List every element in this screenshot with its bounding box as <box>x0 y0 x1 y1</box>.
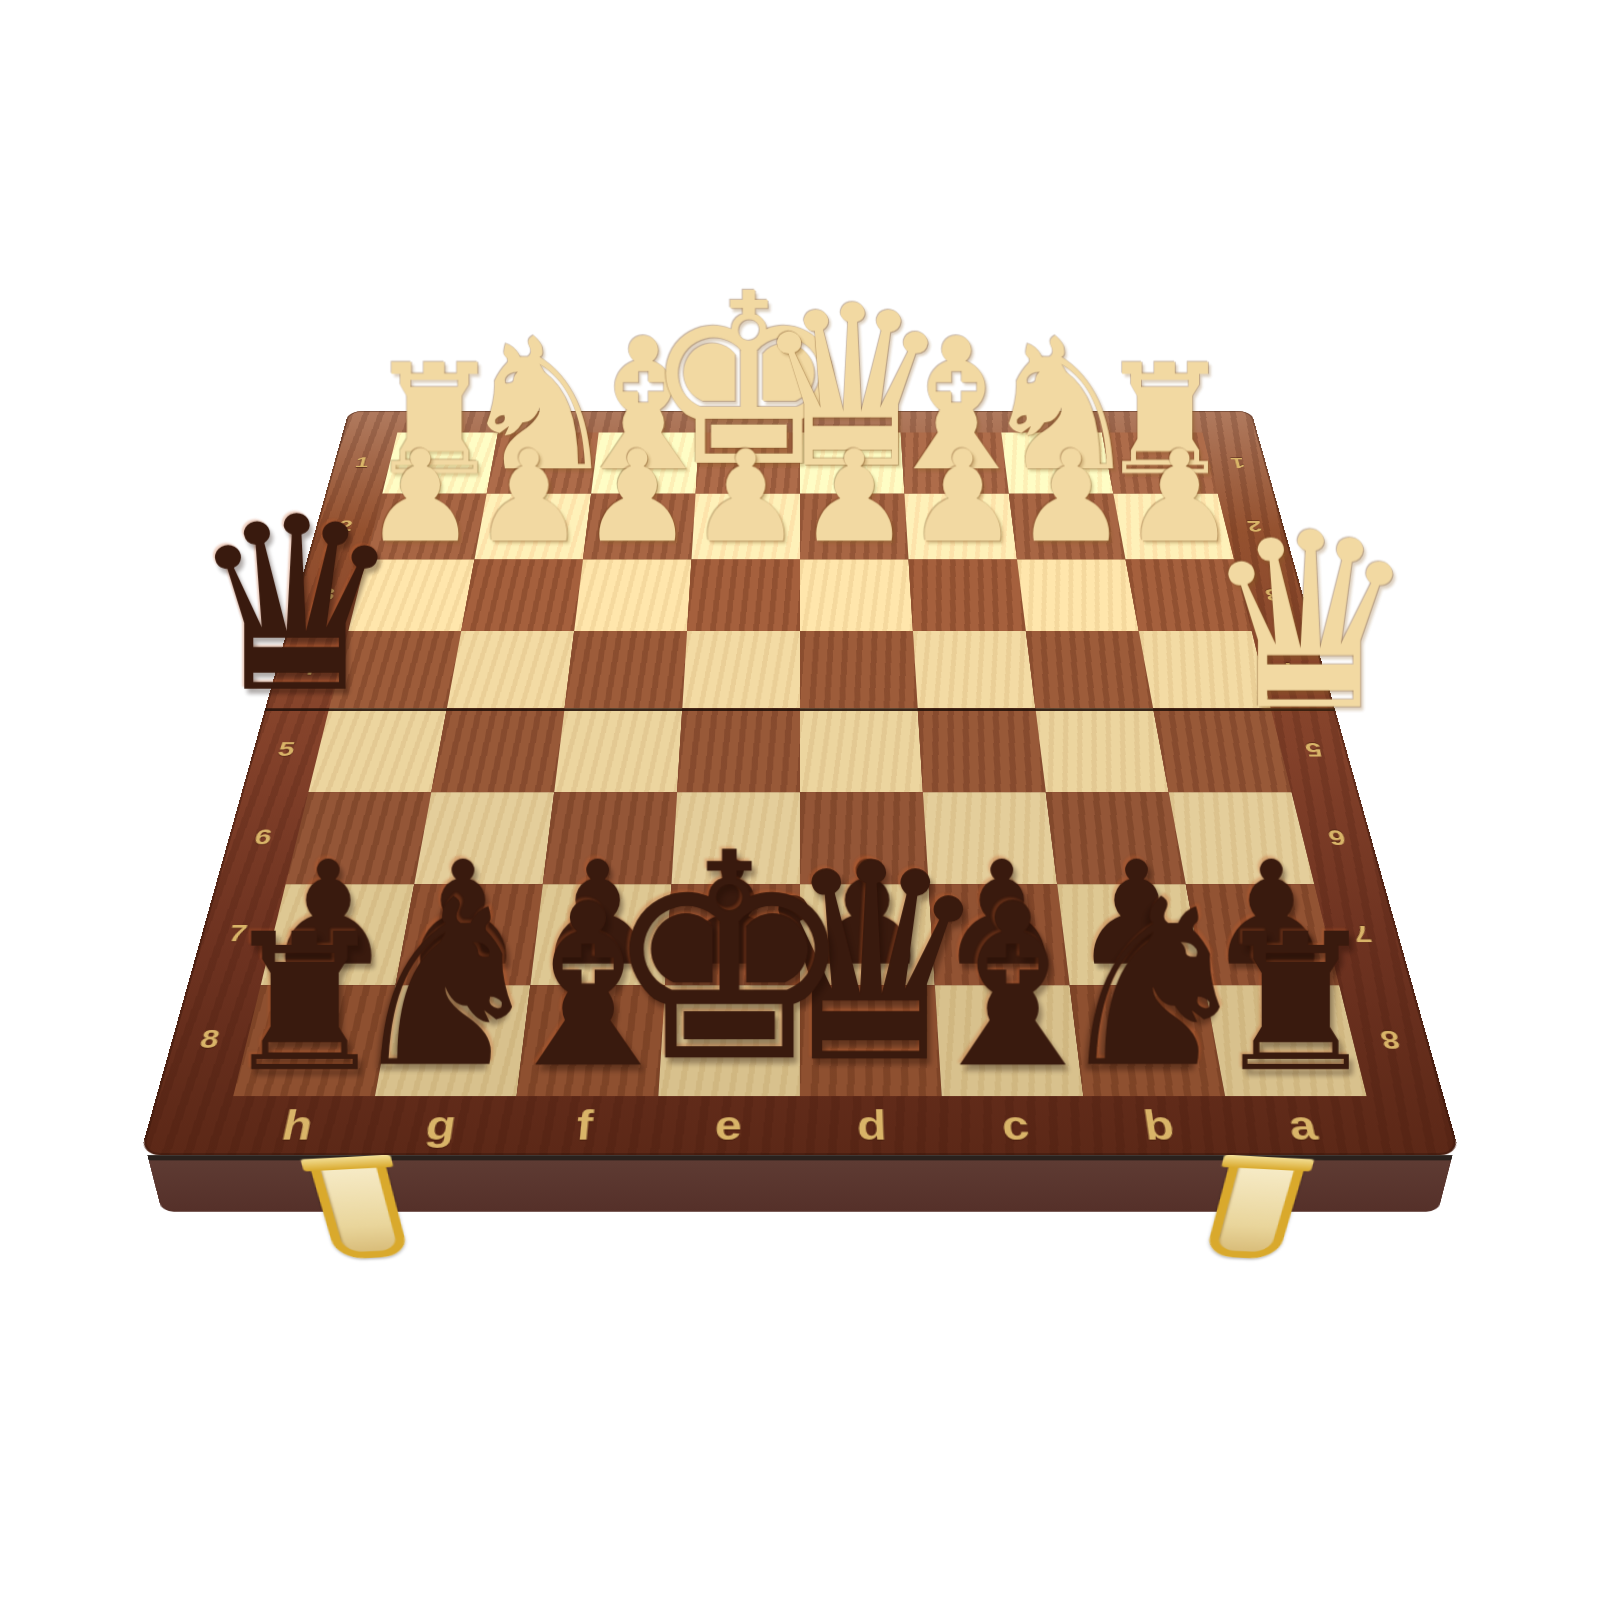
square-b3[interactable] <box>1017 560 1139 631</box>
file-label: b <box>1083 1096 1236 1155</box>
square-b4[interactable] <box>1026 631 1153 708</box>
black-rook[interactable]: ♜ <box>162 916 448 1090</box>
black-bishop[interactable]: ♝ <box>870 883 1156 1091</box>
file-label: c <box>942 1096 1091 1155</box>
black-king[interactable]: ♚ <box>586 828 872 1091</box>
square-c4[interactable] <box>913 631 1035 708</box>
black-rook[interactable]: ♜ <box>1153 916 1439 1090</box>
file-label: g <box>364 1096 517 1155</box>
board-surface: ♜♞♝♚♛♝♞♜♟♟♟♟♟♟♟♟♟♟♟♟♟♟♟♟♜♞♝♚♛♝♞♜ 1234567… <box>140 411 1460 1155</box>
square-f4[interactable] <box>565 631 687 708</box>
square-d4[interactable] <box>800 631 918 708</box>
white-queen[interactable]: ♛ <box>1189 511 1432 735</box>
square-d3[interactable] <box>800 560 913 631</box>
square-b5[interactable] <box>1035 708 1168 792</box>
chess-board: ♜♞♝♚♛♝♞♜♟♟♟♟♟♟♟♟♟♟♟♟♟♟♟♟♜♞♝♚♛♝♞♜ 1234567… <box>140 411 1460 1155</box>
file-label: d <box>800 1096 945 1155</box>
square-c5[interactable] <box>918 708 1046 792</box>
square-e3[interactable] <box>687 560 800 631</box>
square-c3[interactable] <box>909 560 1026 631</box>
file-label: e <box>655 1096 800 1155</box>
square-g3[interactable] <box>461 560 583 631</box>
file-labels-bottom: hgfedcba <box>219 1096 1382 1155</box>
square-g4[interactable] <box>447 631 574 708</box>
square-e4[interactable] <box>682 631 800 708</box>
square-h8[interactable]: ♜ <box>233 985 395 1096</box>
square-a8[interactable]: ♜ <box>1204 985 1366 1096</box>
file-label: f <box>509 1096 658 1155</box>
file-label: h <box>219 1096 375 1155</box>
file-label: a <box>1225 1096 1381 1155</box>
black-queen[interactable]: ♛ <box>176 495 417 717</box>
square-e8[interactable]: ♚ <box>658 985 800 1096</box>
square-d5[interactable] <box>800 708 923 792</box>
product-photo-scene: ♜♞♝♚♛♝♞♜♟♟♟♟♟♟♟♟♟♟♟♟♟♟♟♟♜♞♝♚♛♝♞♜ 1234567… <box>0 0 1600 1600</box>
square-f5[interactable] <box>554 708 682 792</box>
square-g5[interactable] <box>431 708 564 792</box>
box-front-face <box>147 1155 1453 1212</box>
square-f3[interactable] <box>574 560 691 631</box>
square-h5[interactable] <box>308 708 447 792</box>
brass-latch-left <box>309 1162 409 1259</box>
square-e5[interactable] <box>677 708 800 792</box>
square-c8[interactable]: ♝ <box>935 985 1084 1096</box>
brass-latch-right <box>1204 1162 1304 1259</box>
